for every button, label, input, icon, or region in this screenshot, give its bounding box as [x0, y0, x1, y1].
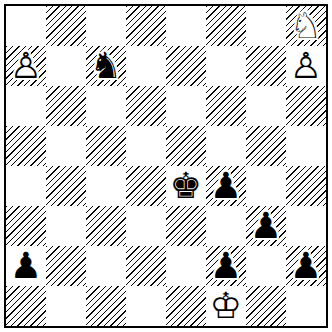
square-c2[interactable] [86, 246, 126, 286]
square-d2[interactable] [126, 246, 166, 286]
square-a7[interactable]: ♟♙ [6, 46, 46, 86]
square-f5[interactable] [206, 126, 246, 166]
piece-black-pawn-a2[interactable]: ♟ [6, 246, 46, 286]
square-e4[interactable]: ♚ [166, 166, 206, 206]
square-b4[interactable] [46, 166, 86, 206]
square-f2[interactable]: ♟ [206, 246, 246, 286]
square-b7[interactable] [46, 46, 86, 86]
square-h6[interactable] [286, 86, 326, 126]
square-g6[interactable] [246, 86, 286, 126]
square-f7[interactable] [206, 46, 246, 86]
square-d7[interactable] [126, 46, 166, 86]
square-f6[interactable] [206, 86, 246, 126]
square-g4[interactable] [246, 166, 286, 206]
piece-black-pawn-f2[interactable]: ♟ [206, 246, 246, 286]
square-h3[interactable] [286, 206, 326, 246]
square-f4[interactable]: ♟ [206, 166, 246, 206]
square-c1[interactable] [86, 286, 126, 326]
square-g1[interactable] [246, 286, 286, 326]
square-h8[interactable]: ♞♘ [286, 6, 326, 46]
square-a5[interactable] [6, 126, 46, 166]
square-a6[interactable] [6, 86, 46, 126]
black-pawn-icon: ♟ [206, 166, 246, 206]
piece-black-pawn-g3[interactable]: ♟ [246, 206, 286, 246]
square-c3[interactable] [86, 206, 126, 246]
square-g3[interactable]: ♟ [246, 206, 286, 246]
square-b1[interactable] [46, 286, 86, 326]
black-pawn-icon: ♟ [286, 246, 326, 286]
square-h5[interactable] [286, 126, 326, 166]
square-h1[interactable] [286, 286, 326, 326]
white-knight-icon: ♘ [286, 6, 326, 46]
square-c4[interactable] [86, 166, 126, 206]
piece-black-pawn-f4[interactable]: ♟ [206, 166, 246, 206]
black-king-icon: ♚ [166, 166, 206, 206]
piece-white-pawn-a7[interactable]: ♟♙ [6, 46, 46, 86]
square-f8[interactable] [206, 6, 246, 46]
square-a1[interactable] [6, 286, 46, 326]
square-b2[interactable] [46, 246, 86, 286]
piece-white-pawn-h7[interactable]: ♟♙ [286, 46, 326, 86]
white-king-icon: ♔ [206, 286, 246, 326]
piece-black-pawn-h2[interactable]: ♟ [286, 246, 326, 286]
white-pawn-icon: ♙ [6, 46, 46, 86]
square-f3[interactable] [206, 206, 246, 246]
square-d8[interactable] [126, 6, 166, 46]
square-e1[interactable] [166, 286, 206, 326]
square-d6[interactable] [126, 86, 166, 126]
square-h2[interactable]: ♟ [286, 246, 326, 286]
square-b5[interactable] [46, 126, 86, 166]
square-b8[interactable] [46, 6, 86, 46]
square-a8[interactable] [6, 6, 46, 46]
square-f1[interactable]: ♚♔ [206, 286, 246, 326]
square-g8[interactable] [246, 6, 286, 46]
square-h4[interactable] [286, 166, 326, 206]
square-c5[interactable] [86, 126, 126, 166]
square-g2[interactable] [246, 246, 286, 286]
square-c6[interactable] [86, 86, 126, 126]
square-a3[interactable] [6, 206, 46, 246]
black-pawn-icon: ♟ [206, 246, 246, 286]
piece-white-king-f1[interactable]: ♚♔ [206, 286, 246, 326]
chess-diagram: ♞♘♟♙♞♟♙♚♟♟♟♟♟♚♔ [0, 0, 332, 332]
square-e2[interactable] [166, 246, 206, 286]
black-knight-icon: ♞ [86, 46, 126, 86]
square-c7[interactable]: ♞ [86, 46, 126, 86]
square-g5[interactable] [246, 126, 286, 166]
square-a4[interactable] [6, 166, 46, 206]
square-d5[interactable] [126, 126, 166, 166]
piece-black-knight-c7[interactable]: ♞ [86, 46, 126, 86]
square-e5[interactable] [166, 126, 206, 166]
square-d1[interactable] [126, 286, 166, 326]
square-d4[interactable] [126, 166, 166, 206]
square-e8[interactable] [166, 6, 206, 46]
black-pawn-icon: ♟ [6, 246, 46, 286]
square-d3[interactable] [126, 206, 166, 246]
square-e7[interactable] [166, 46, 206, 86]
square-e3[interactable] [166, 206, 206, 246]
black-pawn-icon: ♟ [246, 206, 286, 246]
square-h7[interactable]: ♟♙ [286, 46, 326, 86]
square-b6[interactable] [46, 86, 86, 126]
square-c8[interactable] [86, 6, 126, 46]
square-a2[interactable]: ♟ [6, 246, 46, 286]
square-g7[interactable] [246, 46, 286, 86]
white-pawn-icon: ♙ [286, 46, 326, 86]
piece-black-king-e4[interactable]: ♚ [166, 166, 206, 206]
chess-board: ♞♘♟♙♞♟♙♚♟♟♟♟♟♚♔ [4, 4, 328, 328]
piece-white-knight-h8[interactable]: ♞♘ [286, 6, 326, 46]
square-e6[interactable] [166, 86, 206, 126]
square-b3[interactable] [46, 206, 86, 246]
